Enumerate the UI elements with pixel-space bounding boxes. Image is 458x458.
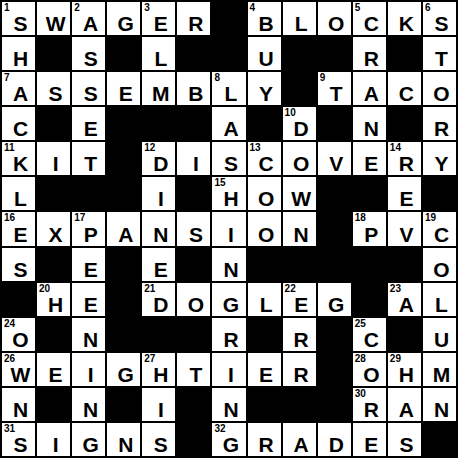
cell-letter: C [355,329,386,350]
cell-letter: C [390,83,421,104]
cell-letter: A [390,399,421,420]
cell-letter: H [390,364,421,385]
grid-cell[interactable]: E [248,353,281,386]
black-cell [248,107,281,140]
grid-cell[interactable]: 20H [37,283,70,316]
grid-cell[interactable]: 29H [388,353,421,386]
grid-cell[interactable]: S [72,37,105,70]
grid-cell[interactable]: E [353,423,386,456]
grid-cell[interactable]: T [177,353,210,386]
cell-letter: R [214,329,245,350]
black-cell [107,142,140,175]
grid-cell[interactable]: O [283,142,316,175]
cell-letter: A [214,118,245,139]
grid-cell[interactable]: O [423,248,456,281]
grid-cell[interactable]: E [142,248,175,281]
cell-letter: C [425,224,456,245]
black-cell [318,37,351,70]
grid-cell[interactable]: T [72,142,105,175]
cell-letter: S [390,434,421,455]
grid-cell[interactable]: 17P [72,212,105,245]
cell-letter: A [355,83,386,104]
grid-cell[interactable]: 6S [423,2,456,35]
grid-cell[interactable]: 26W [2,353,35,386]
grid-cell[interactable]: 9T [318,72,351,105]
cell-letter: A [4,83,35,104]
grid-cell[interactable]: A [212,107,245,140]
black-cell [177,248,210,281]
grid-cell[interactable]: R [212,318,245,351]
black-cell [212,37,245,70]
cell-letter: A [74,13,105,34]
black-cell [388,318,421,351]
grid-cell[interactable]: I [177,142,210,175]
grid-cell[interactable]: 14R [388,142,421,175]
black-cell [318,318,351,351]
grid-cell[interactable]: O [177,283,210,316]
cell-letter: O [250,224,281,245]
grid-cell[interactable]: I [72,353,105,386]
cell-letter: S [39,83,70,104]
cell-letter: S [214,153,245,174]
cell-letter: C [250,153,281,174]
cell-letter: U [250,48,281,69]
black-cell [318,248,351,281]
grid-cell[interactable]: 22E [283,283,316,316]
grid-cell[interactable]: U [423,318,456,351]
cell-letter: O [425,259,456,280]
black-cell [248,318,281,351]
grid-cell[interactable]: R [177,2,210,35]
black-cell [353,248,386,281]
grid-cell[interactable]: 8L [212,72,245,105]
grid-cell[interactable]: I [142,177,175,210]
black-cell [177,177,210,210]
grid-cell[interactable]: 30R [353,388,386,421]
cell-letter: W [4,364,35,385]
cell-letter: I [144,399,175,420]
black-cell [248,388,281,421]
cell-letter: N [109,434,140,455]
grid-cell[interactable]: 32G [212,423,245,456]
cell-letter: D [144,153,175,174]
grid-cell[interactable]: 4B [248,2,281,35]
grid-cell[interactable]: G [72,423,105,456]
grid-cell[interactable]: D [318,423,351,456]
cell-letter: E [74,259,105,280]
cell-letter: R [179,13,210,34]
cell-letter: R [425,118,456,139]
cell-letter: P [355,224,386,245]
cell-letter: T [320,83,351,104]
black-cell [318,353,351,386]
grid-cell[interactable]: 23A [388,283,421,316]
grid-cell[interactable]: A [283,423,316,456]
grid-cell[interactable]: H [2,37,35,70]
grid-cell[interactable]: N [353,107,386,140]
grid-cell[interactable]: R [283,353,316,386]
grid-cell[interactable]: Y [248,72,281,105]
cell-letter: N [4,399,35,420]
grid-cell[interactable]: 27H [142,353,175,386]
cell-letter: N [214,259,245,280]
cell-letter: T [179,364,210,385]
grid-cell[interactable]: E [72,283,105,316]
black-cell [177,107,210,140]
cell-letter: V [390,224,421,245]
black-cell [318,212,351,245]
grid-cell[interactable]: T [423,37,456,70]
black-cell [318,107,351,140]
cell-letter: I [214,224,245,245]
grid-cell[interactable]: I [212,212,245,245]
cell-letter: E [109,83,140,104]
black-cell [283,388,316,421]
grid-cell[interactable]: N [72,388,105,421]
black-cell [388,37,421,70]
cell-letter: N [74,329,105,350]
grid-cell[interactable]: V [318,142,351,175]
black-cell [423,423,456,456]
grid-cell[interactable]: N [283,212,316,245]
cell-letter: N [214,399,245,420]
cell-letter: R [285,364,316,385]
grid-cell[interactable]: 5C [353,2,386,35]
black-cell [37,37,70,70]
grid-cell[interactable]: I [142,388,175,421]
grid-cell[interactable]: R [353,37,386,70]
grid-cell[interactable]: I [37,423,70,456]
cell-letter: K [4,153,35,174]
grid-cell[interactable]: O [318,2,351,35]
cell-letter: S [4,434,35,455]
grid-cell[interactable]: N [2,388,35,421]
cell-letter: N [355,118,386,139]
cell-letter: C [4,118,35,139]
grid-cell[interactable]: X [37,212,70,245]
grid-cell[interactable]: K [388,2,421,35]
cell-letter: G [320,294,351,315]
cell-letter: R [250,434,281,455]
black-cell [388,248,421,281]
grid-cell[interactable]: 10D [283,107,316,140]
grid-cell[interactable]: 16E [2,212,35,245]
grid-cell[interactable]: L [283,2,316,35]
cell-letter: E [4,224,35,245]
grid-cell[interactable]: S [37,72,70,105]
cell-letter: I [179,153,210,174]
black-cell [107,248,140,281]
black-cell [142,318,175,351]
grid-cell[interactable]: O [248,212,281,245]
grid-cell[interactable]: M [423,353,456,386]
cell-letter: T [425,48,456,69]
grid-cell[interactable]: N [107,423,140,456]
cell-letter: C [355,13,386,34]
black-cell [37,177,70,210]
black-cell [37,248,70,281]
cell-letter: X [39,224,70,245]
grid-cell[interactable]: A [353,72,386,105]
black-cell [248,248,281,281]
cell-letter: E [390,188,421,209]
cell-letter: N [285,224,316,245]
cell-letter: L [144,48,175,69]
cell-letter: M [425,364,456,385]
grid-cell[interactable]: 7A [2,72,35,105]
grid-cell[interactable]: E [388,177,421,210]
black-cell [318,177,351,210]
grid-cell[interactable]: S [72,72,105,105]
black-cell [353,283,386,316]
cell-letter: G [214,294,245,315]
cell-letter: R [285,329,316,350]
grid-cell[interactable]: 18P [353,212,386,245]
cell-letter: I [144,188,175,209]
grid-cell[interactable]: S [2,248,35,281]
grid-cell[interactable]: 2A [72,2,105,35]
cell-letter: H [214,188,245,209]
cell-letter: N [74,399,105,420]
cell-letter: I [39,153,70,174]
grid-cell[interactable]: E [72,107,105,140]
black-cell [37,107,70,140]
cell-letter: D [320,434,351,455]
grid-cell[interactable]: E [72,248,105,281]
cell-letter: M [144,83,175,104]
grid-cell[interactable]: 13C [248,142,281,175]
cell-letter: I [214,364,245,385]
grid-cell[interactable]: N [72,318,105,351]
grid-cell[interactable]: E [353,142,386,175]
cell-letter: G [109,364,140,385]
grid-cell[interactable]: 28O [353,353,386,386]
cell-letter: E [144,13,175,34]
cell-letter: D [144,294,175,315]
grid-cell[interactable]: W [37,2,70,35]
cell-letter: H [4,48,35,69]
cell-letter: H [144,364,175,385]
cell-letter: Y [425,153,456,174]
black-cell [388,107,421,140]
grid-cell[interactable]: 12D [142,142,175,175]
cell-letter: E [74,118,105,139]
black-cell [107,283,140,316]
grid-cell[interactable]: 31S [2,423,35,456]
grid-cell[interactable]: S [212,142,245,175]
cell-letter: R [355,48,386,69]
cell-letter: N [144,224,175,245]
cell-letter: L [4,188,35,209]
cell-letter: G [74,434,105,455]
cell-letter: T [74,153,105,174]
grid-cell[interactable]: 11K [2,142,35,175]
grid-cell[interactable]: 24O [2,318,35,351]
grid-cell[interactable]: L [423,283,456,316]
cell-letter: E [74,294,105,315]
cell-letter: S [144,434,175,455]
grid-cell[interactable]: M [142,72,175,105]
grid-cell[interactable]: U [248,37,281,70]
cell-letter: S [74,83,105,104]
cell-letter: R [355,399,386,420]
cell-letter: O [355,364,386,385]
black-cell [318,388,351,421]
cell-letter: U [425,329,456,350]
cell-letter: E [39,364,70,385]
cell-letter: R [390,153,421,174]
black-cell [142,107,175,140]
grid-cell[interactable]: L [248,283,281,316]
cell-letter: L [250,294,281,315]
cell-letter: W [39,13,70,34]
cell-letter: Y [250,83,281,104]
grid-cell[interactable]: C [2,107,35,140]
cell-letter: O [250,188,281,209]
cell-letter: E [285,294,316,315]
black-cell [177,388,210,421]
grid-cell[interactable]: I [212,353,245,386]
black-cell [72,177,105,210]
cell-letter: I [74,364,105,385]
black-cell [283,37,316,70]
black-cell [177,423,210,456]
cell-letter: H [39,294,70,315]
grid-cell[interactable]: 25C [353,318,386,351]
black-cell [107,177,140,210]
black-cell [423,177,456,210]
black-cell [283,248,316,281]
black-cell [353,177,386,210]
grid-cell[interactable]: B [177,72,210,105]
grid-cell[interactable]: 19C [423,212,456,245]
cell-letter: O [179,294,210,315]
black-cell [107,37,140,70]
grid-cell[interactable]: A [107,212,140,245]
cell-letter: O [320,13,351,34]
cell-letter: P [74,224,105,245]
cell-letter: S [4,259,35,280]
cell-letter: E [144,259,175,280]
cell-letter: B [179,83,210,104]
cell-letter: W [285,188,316,209]
grid-cell[interactable]: N [142,212,175,245]
grid-cell[interactable]: R [248,423,281,456]
cell-letter: N [425,399,456,420]
cell-letter: G [214,434,245,455]
grid-cell[interactable]: 21D [142,283,175,316]
grid-cell[interactable]: O [248,177,281,210]
grid-cell[interactable]: N [423,388,456,421]
grid-cell[interactable]: V [388,212,421,245]
black-cell [2,283,35,316]
cell-letter: G [109,13,140,34]
cell-letter: A [109,224,140,245]
grid-cell[interactable]: S [142,423,175,456]
cell-letter: K [390,13,421,34]
grid-cell[interactable]: G [318,283,351,316]
grid-cell[interactable]: C [388,72,421,105]
cell-letter: O [285,153,316,174]
grid-cell[interactable]: I [37,142,70,175]
grid-cell[interactable]: L [142,37,175,70]
cell-letter: E [355,434,386,455]
grid-cell[interactable]: 15H [212,177,245,210]
black-cell [37,388,70,421]
grid-cell[interactable]: G [107,2,140,35]
cell-letter: L [285,13,316,34]
grid-cell[interactable]: G [212,283,245,316]
grid-cell[interactable]: G [107,353,140,386]
grid-cell[interactable]: Y [423,142,456,175]
grid-cell[interactable]: S [388,423,421,456]
cell-letter: S [74,48,105,69]
cell-letter: O [425,83,456,104]
black-cell [283,72,316,105]
cell-letter: L [425,294,456,315]
cell-letter: B [250,13,281,34]
grid-cell[interactable]: R [283,318,316,351]
cell-letter: S [425,13,456,34]
grid-cell[interactable]: 1S [2,2,35,35]
cell-letter: E [250,364,281,385]
grid-cell[interactable]: A [388,388,421,421]
cell-letter: E [355,153,386,174]
grid-cell[interactable]: W [283,177,316,210]
grid-cell[interactable]: N [212,388,245,421]
cell-letter: V [320,153,351,174]
cell-letter: S [179,224,210,245]
grid-cell[interactable]: E [37,353,70,386]
cell-letter: O [4,329,35,350]
grid-cell[interactable]: O [423,72,456,105]
black-cell [212,2,245,35]
black-cell [107,388,140,421]
grid-cell[interactable]: S [177,212,210,245]
black-cell [107,107,140,140]
cell-letter: D [285,118,316,139]
black-cell [177,318,210,351]
cell-letter: S [4,13,35,34]
black-cell [107,318,140,351]
grid-cell[interactable]: N [212,248,245,281]
crossword-grid: 1SW2AG3ER4BLO5CK6SHSLURT7ASSEMB8LY9TACOC… [0,0,458,458]
cell-letter: A [285,434,316,455]
black-cell [37,318,70,351]
cell-letter: L [214,83,245,104]
cell-letter: A [390,294,421,315]
grid-cell[interactable]: R [423,107,456,140]
black-cell [177,37,210,70]
grid-cell[interactable]: L [2,177,35,210]
grid-cell[interactable]: E [107,72,140,105]
cell-letter: I [39,434,70,455]
grid-cell[interactable]: 3E [142,2,175,35]
